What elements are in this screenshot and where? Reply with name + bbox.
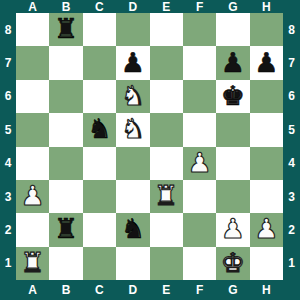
square-a8[interactable] — [16, 13, 49, 46]
square-b6[interactable] — [49, 80, 82, 113]
black-pawn-h7[interactable]: ♟ — [254, 49, 278, 76]
square-e8[interactable] — [150, 13, 183, 46]
square-g2[interactable]: ♟ — [216, 213, 249, 246]
square-b8[interactable]: ♜ — [49, 13, 82, 46]
square-b7[interactable] — [49, 46, 82, 79]
square-e6[interactable] — [150, 80, 183, 113]
square-a2[interactable] — [16, 213, 49, 246]
square-b2[interactable]: ♜ — [49, 213, 82, 246]
square-a1[interactable]: ♜ — [16, 247, 49, 280]
black-pawn-g7[interactable]: ♟ — [221, 49, 245, 76]
file-label-top-d: D — [116, 0, 149, 13]
black-rook-b8[interactable]: ♜ — [54, 15, 78, 42]
square-d8[interactable] — [116, 13, 149, 46]
rank-label-left-8: 8 — [0, 13, 16, 46]
square-e1[interactable] — [150, 247, 183, 280]
square-h5[interactable] — [250, 113, 283, 146]
square-h7[interactable]: ♟ — [250, 46, 283, 79]
square-c2[interactable] — [83, 213, 116, 246]
black-rook-b2[interactable]: ♜ — [54, 215, 78, 242]
file-label-top-b: B — [49, 0, 82, 13]
file-label-bottom-a: A — [16, 280, 49, 300]
white-pawn-h2[interactable]: ♟ — [254, 215, 278, 242]
white-knight-d5[interactable]: ♞ — [121, 115, 145, 142]
corner-bottom-left — [0, 280, 16, 300]
square-f2[interactable] — [183, 213, 216, 246]
black-pawn-d7[interactable]: ♟ — [121, 49, 145, 76]
file-label-top-h: H — [250, 0, 283, 13]
square-f3[interactable] — [183, 180, 216, 213]
square-b4[interactable] — [49, 147, 82, 180]
black-knight-c5[interactable]: ♞ — [87, 115, 111, 142]
square-b3[interactable] — [49, 180, 82, 213]
rank-label-left-6: 6 — [0, 80, 16, 113]
rank-label-left-7: 7 — [0, 46, 16, 79]
square-g1[interactable]: ♚ — [216, 247, 249, 280]
rank-label-right-2: 2 — [283, 213, 300, 246]
rank-label-left-1: 1 — [0, 247, 16, 280]
square-f6[interactable] — [183, 80, 216, 113]
square-g4[interactable] — [216, 147, 249, 180]
square-a5[interactable] — [16, 113, 49, 146]
square-a7[interactable] — [16, 46, 49, 79]
square-b1[interactable] — [49, 247, 82, 280]
square-d2[interactable]: ♞ — [116, 213, 149, 246]
square-e2[interactable] — [150, 213, 183, 246]
square-g8[interactable] — [216, 13, 249, 46]
square-h1[interactable] — [250, 247, 283, 280]
square-a3[interactable]: ♟ — [16, 180, 49, 213]
square-c7[interactable] — [83, 46, 116, 79]
white-pawn-a3[interactable]: ♟ — [21, 182, 45, 209]
square-f4[interactable]: ♟ — [183, 147, 216, 180]
square-e5[interactable] — [150, 113, 183, 146]
square-f7[interactable] — [183, 46, 216, 79]
white-king-g1[interactable]: ♚ — [221, 249, 245, 276]
file-label-top-a: A — [16, 0, 49, 13]
square-a4[interactable] — [16, 147, 49, 180]
corner-bottom-right — [283, 280, 300, 300]
square-c5[interactable]: ♞ — [83, 113, 116, 146]
file-label-bottom-g: G — [216, 280, 249, 300]
rank-label-left-5: 5 — [0, 113, 16, 146]
file-label-bottom-b: B — [49, 280, 82, 300]
square-f8[interactable] — [183, 13, 216, 46]
rank-label-left-4: 4 — [0, 147, 16, 180]
square-a6[interactable] — [16, 80, 49, 113]
square-d3[interactable] — [116, 180, 149, 213]
file-label-bottom-h: H — [250, 280, 283, 300]
file-label-top-e: E — [150, 0, 183, 13]
square-f5[interactable] — [183, 113, 216, 146]
file-label-top-g: G — [216, 0, 249, 13]
square-d4[interactable] — [116, 147, 149, 180]
file-label-bottom-e: E — [150, 280, 183, 300]
square-e4[interactable] — [150, 147, 183, 180]
square-c6[interactable] — [83, 80, 116, 113]
black-knight-d2[interactable]: ♞ — [121, 215, 145, 242]
corner-top-right — [283, 0, 300, 13]
chess-board: ABCDEFGH8♜87♟♟♟76♞♚65♞♞54♟43♟♜32♜♞♟♟21♜♚… — [0, 0, 300, 300]
rank-label-right-4: 4 — [283, 147, 300, 180]
square-f1[interactable] — [183, 247, 216, 280]
square-h3[interactable] — [250, 180, 283, 213]
file-label-bottom-c: C — [83, 280, 116, 300]
file-label-bottom-d: D — [116, 280, 149, 300]
square-d7[interactable]: ♟ — [116, 46, 149, 79]
square-h2[interactable]: ♟ — [250, 213, 283, 246]
square-c4[interactable] — [83, 147, 116, 180]
white-pawn-f4[interactable]: ♟ — [187, 149, 211, 176]
white-knight-d6[interactable]: ♞ — [121, 82, 145, 109]
square-e3[interactable]: ♜ — [150, 180, 183, 213]
square-c8[interactable] — [83, 13, 116, 46]
file-label-bottom-f: F — [183, 280, 216, 300]
square-c3[interactable] — [83, 180, 116, 213]
rank-label-right-3: 3 — [283, 180, 300, 213]
square-h8[interactable] — [250, 13, 283, 46]
square-d5[interactable]: ♞ — [116, 113, 149, 146]
corner-top-left — [0, 0, 16, 13]
square-d6[interactable]: ♞ — [116, 80, 149, 113]
rank-label-right-7: 7 — [283, 46, 300, 79]
square-h6[interactable] — [250, 80, 283, 113]
rank-label-right-6: 6 — [283, 80, 300, 113]
white-rook-a1[interactable]: ♜ — [21, 249, 45, 276]
rank-label-right-8: 8 — [283, 13, 300, 46]
file-label-top-c: C — [83, 0, 116, 13]
square-d1[interactable] — [116, 247, 149, 280]
white-pawn-g2[interactable]: ♟ — [221, 215, 245, 242]
black-king-g6[interactable]: ♚ — [221, 82, 245, 109]
square-e7[interactable] — [150, 46, 183, 79]
square-g6[interactable]: ♚ — [216, 80, 249, 113]
square-b5[interactable] — [49, 113, 82, 146]
square-h4[interactable] — [250, 147, 283, 180]
rank-label-right-5: 5 — [283, 113, 300, 146]
square-g5[interactable] — [216, 113, 249, 146]
rank-label-left-2: 2 — [0, 213, 16, 246]
square-c1[interactable] — [83, 247, 116, 280]
square-g7[interactable]: ♟ — [216, 46, 249, 79]
rank-label-left-3: 3 — [0, 180, 16, 213]
white-rook-e3[interactable]: ♜ — [154, 182, 178, 209]
square-g3[interactable] — [216, 180, 249, 213]
rank-label-right-1: 1 — [283, 247, 300, 280]
file-label-top-f: F — [183, 0, 216, 13]
